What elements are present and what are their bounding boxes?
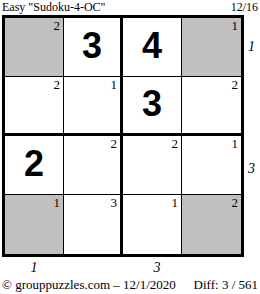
- cell-value: [182, 136, 241, 194]
- cell-r3c1[interactable]: 2: [5, 136, 64, 195]
- cell-value: [123, 195, 181, 254]
- cell-value: 4: [123, 18, 181, 76]
- cell-value: 3: [123, 77, 181, 133]
- cell-value: [5, 77, 63, 133]
- cell-value: 2: [5, 136, 63, 194]
- cell-r4c2[interactable]: 3: [64, 195, 123, 254]
- cell-r4c1[interactable]: 1: [5, 195, 64, 254]
- puzzle-title: Easy "Sudoku-4-OC": [2, 0, 105, 14]
- sudoku-4-board: 2 3 4 1 2 1 3 2 2 2 2 1 1 3 1 2: [2, 15, 244, 257]
- page-counter: 12/16: [231, 0, 258, 14]
- cell-r2c3[interactable]: 3: [123, 77, 182, 136]
- cell-value: 3: [64, 18, 120, 76]
- row3-right-label: 3: [248, 162, 255, 176]
- cell-r3c4[interactable]: 1: [182, 136, 241, 195]
- cell-r2c4[interactable]: 2: [182, 77, 241, 136]
- cell-value: [64, 77, 120, 133]
- cell-r3c3[interactable]: 2: [123, 136, 182, 195]
- cell-value: [182, 195, 241, 254]
- cell-value: [182, 18, 241, 76]
- footer: © grouppuzzles.com – 12/1/2020 Diff: 3 /…: [2, 277, 258, 292]
- cell-value: [123, 136, 181, 194]
- cell-r1c4[interactable]: 1: [182, 18, 241, 77]
- cell-value: [5, 195, 63, 254]
- copyright-text: © grouppuzzles.com – 12/1/2020: [2, 277, 176, 292]
- cell-value: [5, 18, 63, 76]
- cell-r1c2[interactable]: 3: [64, 18, 123, 77]
- cell-value: [64, 136, 120, 194]
- header: Easy "Sudoku-4-OC" 12/16: [2, 0, 258, 14]
- cell-r3c2[interactable]: 2: [64, 136, 123, 195]
- cell-r4c4[interactable]: 2: [182, 195, 241, 254]
- col1-bottom-label: 1: [31, 261, 38, 275]
- cell-r2c2[interactable]: 1: [64, 77, 123, 136]
- row1-right-label: 1: [248, 40, 255, 54]
- cell-r1c1[interactable]: 2: [5, 18, 64, 77]
- cell-r2c1[interactable]: 2: [5, 77, 64, 136]
- cell-value: [182, 77, 241, 133]
- difficulty-text: Diff: 3 / 561: [194, 277, 258, 292]
- cell-r4c3[interactable]: 1: [123, 195, 182, 254]
- col3-bottom-label: 3: [154, 261, 161, 275]
- cell-value: [64, 195, 120, 254]
- cell-r1c3[interactable]: 4: [123, 18, 182, 77]
